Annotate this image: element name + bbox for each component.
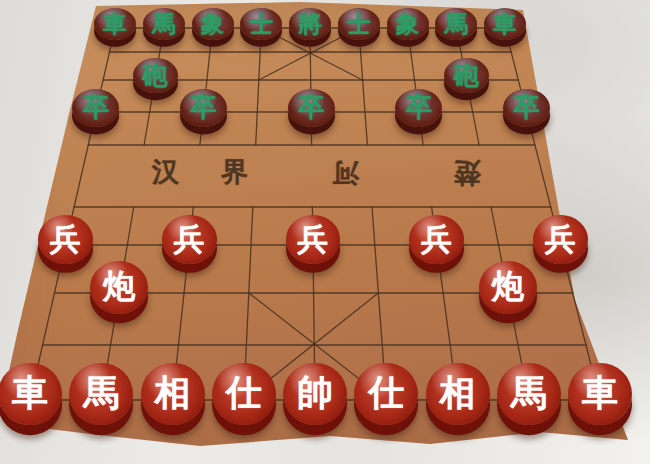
piece-red-horse[interactable]: 馬 [69,363,133,426]
piece-glyph: 兵 [545,219,576,261]
piece-glyph: 車 [12,370,48,418]
piece-red-horse[interactable]: 馬 [497,363,561,426]
piece-black-horse[interactable]: 馬 [143,8,185,40]
piece-glyph: 士 [347,8,371,40]
piece-glyph: 馬 [152,8,176,40]
piece-black-soldier[interactable]: 卒 [72,89,119,127]
piece-black-advisor[interactable]: 士 [338,8,380,40]
piece-glyph: 車 [582,370,618,418]
piece-black-elephant[interactable]: 象 [387,8,429,40]
piece-glyph: 象 [201,8,225,40]
piece-red-soldier[interactable]: 兵 [409,215,464,264]
piece-glyph: 象 [396,8,420,40]
piece-glyph: 卒 [298,90,324,125]
piece-glyph: 炮 [492,265,524,309]
piece-glyph: 兵 [174,219,205,261]
piece-glyph: 兵 [50,219,81,261]
piece-red-cannon[interactable]: 炮 [90,261,148,314]
piece-black-soldier[interactable]: 卒 [503,89,550,127]
piece-red-chariot[interactable]: 車 [0,363,62,426]
piece-red-cannon[interactable]: 炮 [479,261,537,314]
piece-black-cannon[interactable]: 砲 [444,58,489,94]
piece-black-advisor[interactable]: 士 [240,8,282,40]
piece-black-elephant[interactable]: 象 [192,8,234,40]
piece-red-advisor[interactable]: 仕 [354,363,418,426]
piece-glyph: 兵 [421,219,452,261]
piece-red-elephant[interactable]: 相 [426,363,490,426]
piece-glyph: 將 [298,8,322,40]
piece-glyph: 卒 [513,90,539,125]
piece-glyph: 士 [250,8,274,40]
piece-glyph: 仕 [368,370,404,418]
piece-red-chariot[interactable]: 車 [568,363,632,426]
piece-glyph: 兵 [298,219,329,261]
piece-black-chariot[interactable]: 車 [484,8,526,40]
piece-glyph: 車 [103,8,127,40]
river-text-han-jie: 汉界 [152,156,248,188]
piece-glyph: 卒 [190,90,216,125]
piece-black-soldier[interactable]: 卒 [180,89,227,127]
piece-glyph: 卒 [406,90,432,125]
piece-glyph: 馬 [511,370,547,418]
piece-glyph: 相 [155,370,191,418]
piece-glyph: 卒 [83,90,109,125]
piece-black-general[interactable]: 將 [289,8,331,40]
piece-glyph: 馬 [83,370,119,418]
piece-black-soldier[interactable]: 卒 [288,89,335,127]
piece-glyph: 仕 [226,370,262,418]
piece-black-chariot[interactable]: 車 [94,8,136,40]
piece-red-elephant[interactable]: 相 [141,363,205,426]
piece-red-soldier[interactable]: 兵 [38,215,93,264]
piece-black-horse[interactable]: 馬 [435,8,477,40]
piece-black-soldier[interactable]: 卒 [395,89,442,127]
piece-glyph: 車 [493,8,517,40]
piece-glyph: 帥 [297,370,333,418]
piece-red-soldier[interactable]: 兵 [533,215,588,264]
piece-red-soldier[interactable]: 兵 [286,215,341,264]
piece-red-soldier[interactable]: 兵 [162,215,217,264]
piece-glyph: 馬 [445,8,469,40]
piece-glyph: 炮 [103,265,135,309]
piece-red-general[interactable]: 帥 [283,363,347,426]
piece-red-advisor[interactable]: 仕 [212,363,276,426]
river-text-chu-he: 楚河 [331,157,481,189]
piece-glyph: 砲 [454,59,479,92]
piece-black-cannon[interactable]: 砲 [133,58,178,94]
piece-glyph: 相 [440,370,476,418]
piece-glyph: 砲 [142,59,167,92]
photo-scene: 汉界 楚河 車馬象士將士象馬車砲砲卒卒卒卒卒兵兵兵兵兵炮炮車馬相仕帥仕相馬車 [0,0,650,464]
